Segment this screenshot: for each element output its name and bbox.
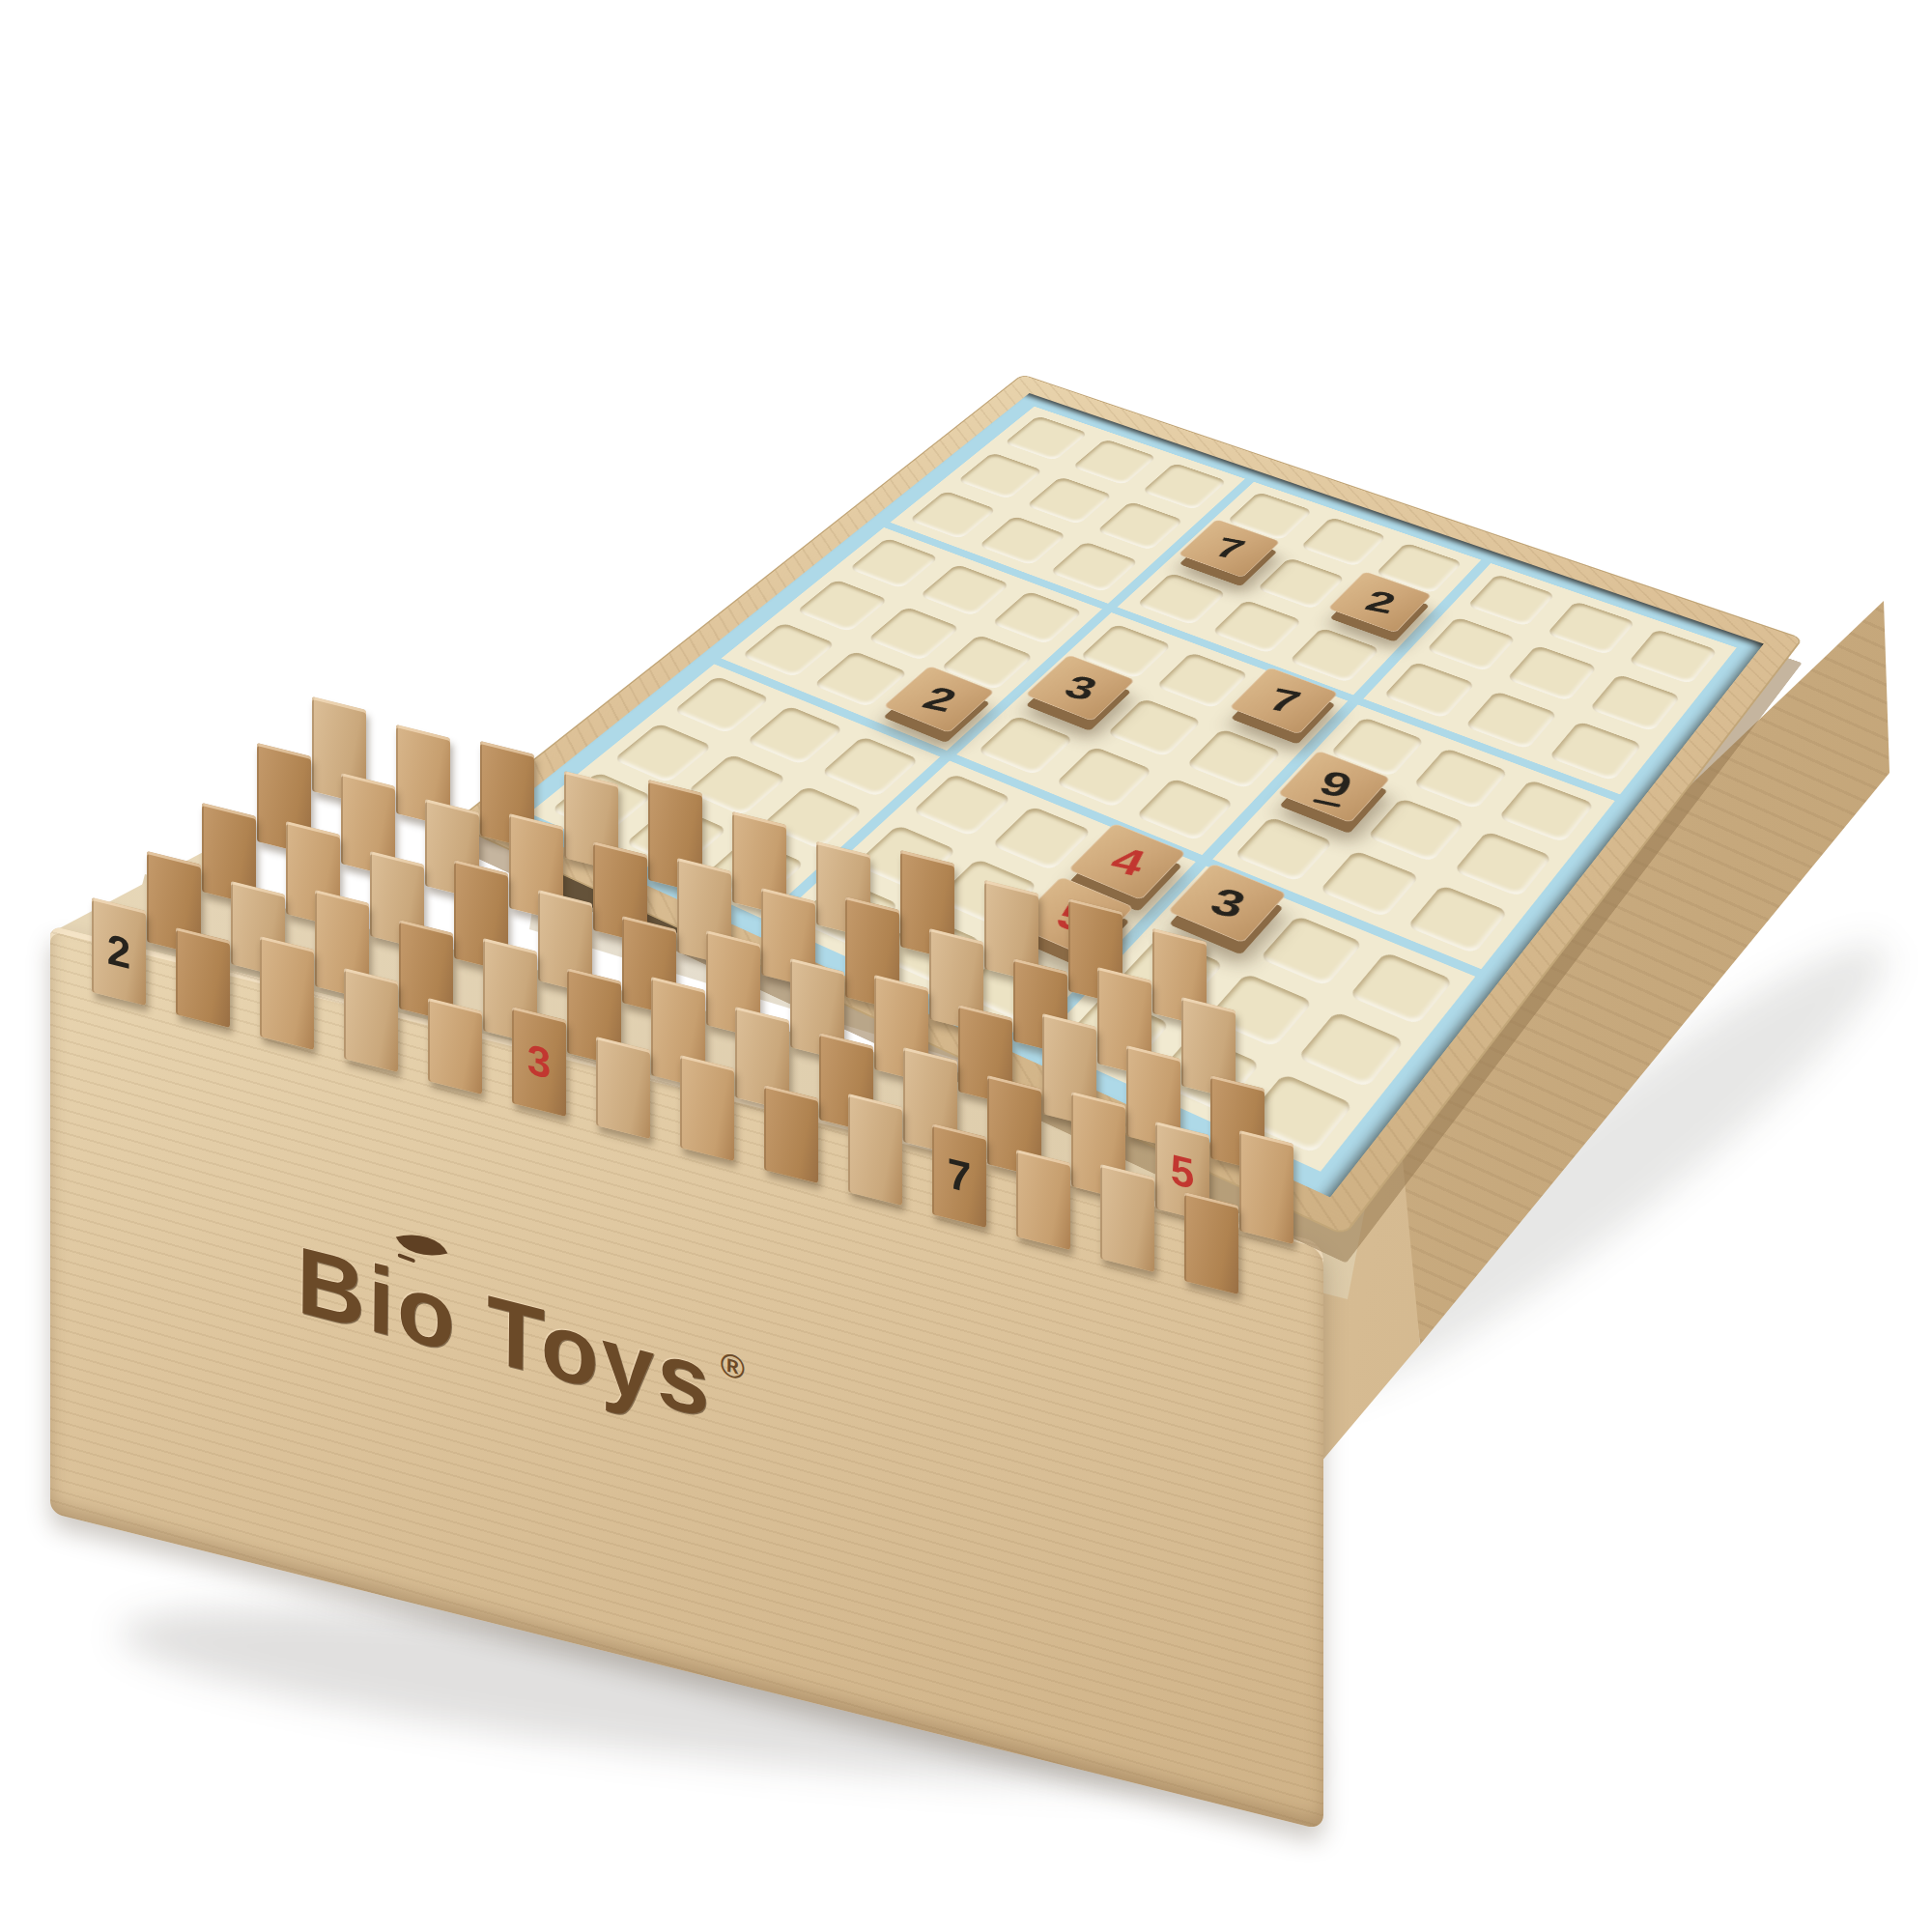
tile-digit: 3	[1206, 882, 1250, 923]
tile-digit: 9	[1313, 765, 1356, 808]
product-photo-canvas: 5237 Bio Toys® 727392435	[0, 0, 1932, 1932]
tile-digit: 5	[1050, 895, 1096, 937]
tile-digit: 4	[1105, 841, 1150, 881]
board-scene: 727392435	[0, 0, 1932, 1932]
sudoku-board: 727392435	[454, 375, 1801, 1234]
number-tile-3-r7c7[interactable]: 3	[1167, 864, 1287, 944]
